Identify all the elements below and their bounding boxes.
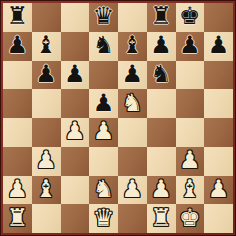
square-a7[interactable]: ♟ [3, 32, 32, 61]
piece-white-bishop[interactable]: ♝ [35, 177, 57, 201]
square-h8[interactable] [204, 3, 233, 32]
square-d3[interactable] [89, 147, 118, 176]
square-c6[interactable]: ♟ [61, 61, 90, 90]
piece-black-pawn[interactable]: ♟ [122, 62, 144, 86]
square-f5[interactable] [147, 89, 176, 118]
square-b1[interactable] [32, 204, 61, 233]
square-g1[interactable]: ♚ [176, 204, 205, 233]
square-a6[interactable] [3, 61, 32, 90]
square-h3[interactable] [204, 147, 233, 176]
square-e5[interactable]: ♞ [118, 89, 147, 118]
piece-black-bishop[interactable]: ♝ [122, 33, 144, 57]
piece-black-pawn[interactable]: ♟ [179, 33, 201, 57]
piece-black-rook[interactable]: ♜ [150, 4, 172, 28]
square-b2[interactable]: ♝ [32, 176, 61, 205]
square-f3[interactable] [147, 147, 176, 176]
piece-black-pawn[interactable]: ♟ [7, 33, 29, 57]
piece-white-pawn[interactable]: ♟ [122, 177, 144, 201]
square-e8[interactable] [118, 3, 147, 32]
square-c5[interactable] [61, 89, 90, 118]
piece-white-queen[interactable]: ♛ [93, 206, 115, 230]
square-c2[interactable] [61, 176, 90, 205]
piece-black-pawn[interactable]: ♟ [208, 33, 230, 57]
square-g5[interactable] [176, 89, 205, 118]
square-d2[interactable]: ♞ [89, 176, 118, 205]
piece-black-knight[interactable]: ♞ [93, 33, 115, 57]
square-g4[interactable] [176, 118, 205, 147]
square-a5[interactable] [3, 89, 32, 118]
chess-board: ♜♛♜♚♟♝♞♝♟♟♟♟♟♟♞♟♞♟♟♟♟♟♝♞♟♟♝♟♜♛♜♚ [3, 3, 233, 233]
square-e4[interactable] [118, 118, 147, 147]
square-c3[interactable] [61, 147, 90, 176]
square-f4[interactable] [147, 118, 176, 147]
piece-black-pawn[interactable]: ♟ [150, 33, 172, 57]
square-d1[interactable]: ♛ [89, 204, 118, 233]
piece-white-pawn[interactable]: ♟ [64, 119, 86, 143]
square-f1[interactable]: ♜ [147, 204, 176, 233]
square-e7[interactable]: ♝ [118, 32, 147, 61]
piece-white-knight[interactable]: ♞ [93, 177, 115, 201]
piece-white-pawn[interactable]: ♟ [150, 177, 172, 201]
piece-white-bishop[interactable]: ♝ [179, 177, 201, 201]
square-c1[interactable] [61, 204, 90, 233]
square-d6[interactable] [89, 61, 118, 90]
piece-white-pawn[interactable]: ♟ [208, 177, 230, 201]
piece-white-pawn[interactable]: ♟ [179, 148, 201, 172]
square-g2[interactable]: ♝ [176, 176, 205, 205]
piece-black-rook[interactable]: ♜ [7, 4, 29, 28]
square-b6[interactable]: ♟ [32, 61, 61, 90]
piece-white-pawn[interactable]: ♟ [7, 177, 29, 201]
square-b4[interactable] [32, 118, 61, 147]
square-e1[interactable] [118, 204, 147, 233]
piece-white-knight[interactable]: ♞ [122, 91, 144, 115]
piece-white-pawn[interactable]: ♟ [35, 148, 57, 172]
piece-white-rook[interactable]: ♜ [150, 206, 172, 230]
square-a8[interactable]: ♜ [3, 3, 32, 32]
board-frame: ♜♛♜♚♟♝♞♝♟♟♟♟♟♟♞♟♞♟♟♟♟♟♝♞♟♟♝♟♜♛♜♚ [0, 0, 236, 236]
square-b7[interactable]: ♝ [32, 32, 61, 61]
square-b3[interactable]: ♟ [32, 147, 61, 176]
square-e2[interactable]: ♟ [118, 176, 147, 205]
piece-black-pawn[interactable]: ♟ [64, 62, 86, 86]
square-d8[interactable]: ♛ [89, 3, 118, 32]
square-c8[interactable] [61, 3, 90, 32]
square-f7[interactable]: ♟ [147, 32, 176, 61]
square-d7[interactable]: ♞ [89, 32, 118, 61]
piece-black-bishop[interactable]: ♝ [35, 33, 57, 57]
square-e3[interactable] [118, 147, 147, 176]
square-h4[interactable] [204, 118, 233, 147]
piece-black-king[interactable]: ♚ [179, 4, 201, 28]
square-f2[interactable]: ♟ [147, 176, 176, 205]
square-h7[interactable]: ♟ [204, 32, 233, 61]
square-d5[interactable]: ♟ [89, 89, 118, 118]
square-a3[interactable] [3, 147, 32, 176]
piece-white-rook[interactable]: ♜ [7, 206, 29, 230]
piece-black-pawn[interactable]: ♟ [35, 62, 57, 86]
piece-white-king[interactable]: ♚ [179, 206, 201, 230]
square-g3[interactable]: ♟ [176, 147, 205, 176]
square-g8[interactable]: ♚ [176, 3, 205, 32]
square-c7[interactable] [61, 32, 90, 61]
square-f8[interactable]: ♜ [147, 3, 176, 32]
piece-black-pawn[interactable]: ♟ [93, 91, 115, 115]
square-a4[interactable] [3, 118, 32, 147]
piece-black-queen[interactable]: ♛ [93, 4, 115, 28]
piece-white-pawn[interactable]: ♟ [93, 119, 115, 143]
square-a2[interactable]: ♟ [3, 176, 32, 205]
square-h2[interactable]: ♟ [204, 176, 233, 205]
square-b8[interactable] [32, 3, 61, 32]
square-e6[interactable]: ♟ [118, 61, 147, 90]
square-g6[interactable] [176, 61, 205, 90]
square-g7[interactable]: ♟ [176, 32, 205, 61]
square-a1[interactable]: ♜ [3, 204, 32, 233]
square-f6[interactable]: ♞ [147, 61, 176, 90]
square-h6[interactable] [204, 61, 233, 90]
square-h1[interactable] [204, 204, 233, 233]
piece-black-knight[interactable]: ♞ [150, 62, 172, 86]
square-b5[interactable] [32, 89, 61, 118]
square-c4[interactable]: ♟ [61, 118, 90, 147]
square-d4[interactable]: ♟ [89, 118, 118, 147]
square-h5[interactable] [204, 89, 233, 118]
